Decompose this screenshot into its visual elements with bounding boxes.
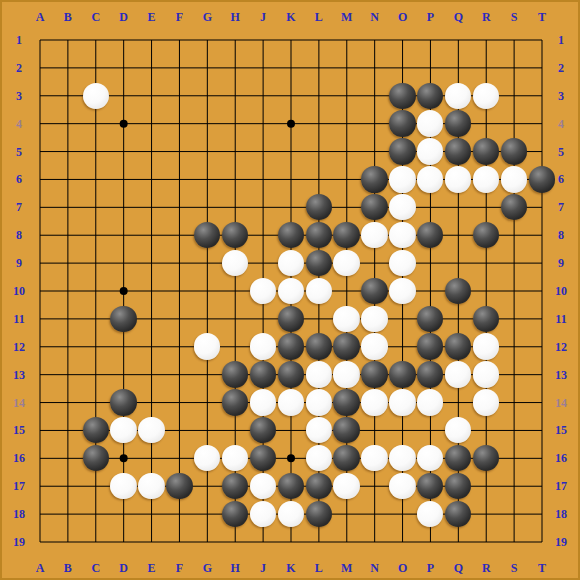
intersection[interactable] [333,138,361,166]
intersection[interactable] [388,361,416,389]
intersection[interactable] [110,193,138,221]
intersection[interactable] [416,249,444,277]
intersection[interactable] [193,165,221,193]
intersection[interactable] [361,54,389,82]
intersection[interactable] [110,333,138,361]
intersection[interactable] [472,388,500,416]
intersection[interactable] [277,444,305,472]
intersection[interactable] [277,26,305,54]
intersection[interactable] [138,305,166,333]
intersection[interactable] [277,277,305,305]
intersection[interactable] [305,305,333,333]
intersection[interactable] [138,165,166,193]
intersection[interactable] [221,500,249,528]
intersection[interactable] [305,138,333,166]
intersection[interactable] [277,138,305,166]
intersection[interactable] [138,193,166,221]
intersection[interactable] [193,221,221,249]
intersection[interactable] [472,500,500,528]
intersection[interactable] [416,82,444,110]
intersection[interactable] [333,472,361,500]
intersection[interactable] [305,277,333,305]
intersection[interactable] [277,500,305,528]
intersection[interactable] [82,26,110,54]
intersection[interactable] [444,26,472,54]
intersection[interactable] [54,82,82,110]
intersection[interactable] [416,333,444,361]
intersection[interactable] [54,110,82,138]
intersection[interactable] [528,388,556,416]
intersection[interactable] [165,110,193,138]
intersection[interactable] [165,333,193,361]
intersection[interactable] [528,333,556,361]
intersection[interactable] [500,388,528,416]
intersection[interactable] [249,138,277,166]
intersection[interactable] [165,416,193,444]
intersection[interactable] [26,82,54,110]
intersection[interactable] [165,528,193,556]
intersection[interactable] [388,54,416,82]
intersection[interactable] [528,416,556,444]
intersection[interactable] [305,416,333,444]
intersection[interactable] [277,305,305,333]
intersection[interactable] [277,193,305,221]
intersection[interactable] [165,472,193,500]
intersection[interactable] [138,82,166,110]
intersection[interactable] [138,26,166,54]
intersection[interactable] [249,26,277,54]
intersection[interactable] [472,249,500,277]
intersection[interactable] [193,110,221,138]
intersection[interactable] [388,528,416,556]
intersection[interactable] [333,110,361,138]
intersection[interactable] [333,277,361,305]
intersection[interactable] [472,472,500,500]
intersection[interactable] [528,138,556,166]
intersection[interactable] [472,221,500,249]
intersection[interactable] [305,82,333,110]
intersection[interactable] [110,26,138,54]
intersection[interactable] [361,165,389,193]
intersection[interactable] [249,82,277,110]
intersection[interactable] [110,500,138,528]
intersection[interactable] [277,110,305,138]
intersection[interactable] [361,388,389,416]
intersection[interactable] [305,528,333,556]
intersection[interactable] [82,305,110,333]
intersection[interactable] [54,193,82,221]
intersection[interactable] [472,305,500,333]
intersection[interactable] [444,138,472,166]
intersection[interactable] [444,333,472,361]
intersection[interactable] [165,221,193,249]
intersection[interactable] [361,333,389,361]
intersection[interactable] [388,221,416,249]
intersection[interactable] [528,193,556,221]
intersection[interactable] [361,472,389,500]
intersection[interactable] [110,361,138,389]
intersection[interactable] [444,528,472,556]
intersection[interactable] [388,444,416,472]
intersection[interactable] [110,444,138,472]
intersection[interactable] [110,472,138,500]
go-board[interactable] [26,26,556,556]
intersection[interactable] [54,165,82,193]
intersection[interactable] [54,444,82,472]
intersection[interactable] [138,361,166,389]
intersection[interactable] [500,416,528,444]
intersection[interactable] [277,333,305,361]
intersection[interactable] [193,277,221,305]
intersection[interactable] [528,26,556,54]
intersection[interactable] [138,249,166,277]
intersection[interactable] [444,277,472,305]
intersection[interactable] [221,388,249,416]
intersection[interactable] [165,305,193,333]
intersection[interactable] [333,444,361,472]
intersection[interactable] [444,305,472,333]
intersection[interactable] [26,472,54,500]
intersection[interactable] [193,528,221,556]
intersection[interactable] [193,472,221,500]
intersection[interactable] [528,277,556,305]
intersection[interactable] [333,500,361,528]
intersection[interactable] [528,110,556,138]
intersection[interactable] [138,54,166,82]
intersection[interactable] [500,305,528,333]
intersection[interactable] [500,528,528,556]
intersection[interactable] [221,444,249,472]
intersection[interactable] [500,249,528,277]
intersection[interactable] [249,54,277,82]
intersection[interactable] [528,444,556,472]
intersection[interactable] [277,221,305,249]
intersection[interactable] [165,500,193,528]
intersection[interactable] [472,444,500,472]
intersection[interactable] [361,249,389,277]
intersection[interactable] [305,500,333,528]
intersection[interactable] [333,82,361,110]
intersection[interactable] [444,54,472,82]
intersection[interactable] [54,54,82,82]
intersection[interactable] [388,138,416,166]
intersection[interactable] [54,472,82,500]
intersection[interactable] [110,138,138,166]
intersection[interactable] [444,500,472,528]
intersection[interactable] [54,249,82,277]
intersection[interactable] [388,82,416,110]
intersection[interactable] [26,500,54,528]
intersection[interactable] [416,472,444,500]
intersection[interactable] [221,110,249,138]
intersection[interactable] [165,54,193,82]
intersection[interactable] [416,54,444,82]
intersection[interactable] [305,472,333,500]
intersection[interactable] [165,82,193,110]
intersection[interactable] [528,221,556,249]
intersection[interactable] [221,26,249,54]
intersection[interactable] [416,416,444,444]
intersection[interactable] [221,361,249,389]
intersection[interactable] [165,444,193,472]
intersection[interactable] [528,54,556,82]
intersection[interactable] [444,165,472,193]
intersection[interactable] [416,528,444,556]
intersection[interactable] [249,361,277,389]
intersection[interactable] [361,444,389,472]
intersection[interactable] [54,528,82,556]
intersection[interactable] [165,193,193,221]
intersection[interactable] [193,444,221,472]
intersection[interactable] [138,138,166,166]
intersection[interactable] [388,500,416,528]
intersection[interactable] [305,361,333,389]
intersection[interactable] [221,472,249,500]
intersection[interactable] [416,110,444,138]
intersection[interactable] [305,221,333,249]
intersection[interactable] [26,165,54,193]
intersection[interactable] [361,361,389,389]
intersection[interactable] [249,305,277,333]
intersection[interactable] [361,26,389,54]
intersection[interactable] [416,165,444,193]
intersection[interactable] [221,277,249,305]
intersection[interactable] [388,165,416,193]
intersection[interactable] [26,333,54,361]
intersection[interactable] [26,416,54,444]
intersection[interactable] [500,361,528,389]
intersection[interactable] [82,221,110,249]
intersection[interactable] [388,110,416,138]
intersection[interactable] [388,388,416,416]
intersection[interactable] [26,110,54,138]
intersection[interactable] [26,193,54,221]
intersection[interactable] [472,333,500,361]
intersection[interactable] [26,54,54,82]
intersection[interactable] [110,54,138,82]
intersection[interactable] [249,193,277,221]
intersection[interactable] [333,416,361,444]
intersection[interactable] [277,388,305,416]
intersection[interactable] [110,249,138,277]
intersection[interactable] [472,110,500,138]
intersection[interactable] [249,500,277,528]
intersection[interactable] [416,193,444,221]
intersection[interactable] [249,165,277,193]
intersection[interactable] [138,528,166,556]
intersection[interactable] [500,138,528,166]
intersection[interactable] [54,221,82,249]
intersection[interactable] [110,388,138,416]
intersection[interactable] [193,249,221,277]
intersection[interactable] [165,277,193,305]
intersection[interactable] [388,193,416,221]
intersection[interactable] [305,193,333,221]
intersection[interactable] [26,444,54,472]
intersection[interactable] [110,305,138,333]
intersection[interactable] [221,333,249,361]
intersection[interactable] [361,138,389,166]
intersection[interactable] [305,388,333,416]
intersection[interactable] [193,361,221,389]
intersection[interactable] [138,500,166,528]
intersection[interactable] [500,221,528,249]
intersection[interactable] [249,221,277,249]
intersection[interactable] [305,110,333,138]
intersection[interactable] [26,305,54,333]
intersection[interactable] [165,388,193,416]
intersection[interactable] [277,165,305,193]
intersection[interactable] [193,26,221,54]
intersection[interactable] [361,221,389,249]
intersection[interactable] [82,528,110,556]
intersection[interactable] [26,138,54,166]
intersection[interactable] [249,472,277,500]
intersection[interactable] [361,416,389,444]
intersection[interactable] [500,444,528,472]
intersection[interactable] [361,110,389,138]
intersection[interactable] [221,249,249,277]
intersection[interactable] [110,82,138,110]
intersection[interactable] [249,388,277,416]
intersection[interactable] [416,305,444,333]
intersection[interactable] [388,333,416,361]
intersection[interactable] [333,388,361,416]
intersection[interactable] [193,138,221,166]
intersection[interactable] [444,444,472,472]
intersection[interactable] [528,165,556,193]
intersection[interactable] [472,416,500,444]
intersection[interactable] [361,277,389,305]
intersection[interactable] [388,472,416,500]
intersection[interactable] [221,82,249,110]
intersection[interactable] [528,249,556,277]
intersection[interactable] [361,193,389,221]
intersection[interactable] [528,528,556,556]
intersection[interactable] [110,416,138,444]
intersection[interactable] [26,221,54,249]
intersection[interactable] [472,528,500,556]
intersection[interactable] [138,110,166,138]
intersection[interactable] [333,528,361,556]
intersection[interactable] [444,110,472,138]
intersection[interactable] [500,82,528,110]
intersection[interactable] [82,277,110,305]
intersection[interactable] [305,165,333,193]
intersection[interactable] [249,416,277,444]
intersection[interactable] [221,138,249,166]
intersection[interactable] [221,54,249,82]
intersection[interactable] [277,249,305,277]
intersection[interactable] [110,528,138,556]
intersection[interactable] [277,54,305,82]
intersection[interactable] [249,528,277,556]
intersection[interactable] [528,305,556,333]
intersection[interactable] [305,249,333,277]
intersection[interactable] [82,333,110,361]
intersection[interactable] [110,221,138,249]
intersection[interactable] [500,165,528,193]
intersection[interactable] [500,26,528,54]
intersection[interactable] [388,416,416,444]
intersection[interactable] [249,444,277,472]
intersection[interactable] [444,472,472,500]
intersection[interactable] [500,110,528,138]
intersection[interactable] [444,221,472,249]
intersection[interactable] [305,54,333,82]
intersection[interactable] [416,388,444,416]
intersection[interactable] [472,82,500,110]
intersection[interactable] [82,500,110,528]
intersection[interactable] [528,82,556,110]
intersection[interactable] [444,416,472,444]
intersection[interactable] [221,221,249,249]
intersection[interactable] [333,193,361,221]
intersection[interactable] [82,416,110,444]
intersection[interactable] [82,193,110,221]
intersection[interactable] [110,165,138,193]
intersection[interactable] [249,110,277,138]
intersection[interactable] [472,138,500,166]
intersection[interactable] [500,193,528,221]
intersection[interactable] [26,249,54,277]
intersection[interactable] [472,361,500,389]
intersection[interactable] [221,305,249,333]
intersection[interactable] [277,82,305,110]
intersection[interactable] [193,388,221,416]
intersection[interactable] [82,82,110,110]
intersection[interactable] [277,528,305,556]
intersection[interactable] [305,333,333,361]
intersection[interactable] [82,361,110,389]
intersection[interactable] [444,82,472,110]
intersection[interactable] [54,500,82,528]
intersection[interactable] [333,333,361,361]
intersection[interactable] [249,277,277,305]
intersection[interactable] [361,528,389,556]
intersection[interactable] [416,26,444,54]
intersection[interactable] [82,249,110,277]
intersection[interactable] [333,54,361,82]
intersection[interactable] [138,444,166,472]
intersection[interactable] [138,221,166,249]
intersection[interactable] [416,500,444,528]
intersection[interactable] [472,193,500,221]
intersection[interactable] [472,26,500,54]
intersection[interactable] [472,277,500,305]
intersection[interactable] [416,361,444,389]
intersection[interactable] [277,472,305,500]
intersection[interactable] [110,277,138,305]
intersection[interactable] [333,221,361,249]
intersection[interactable] [444,193,472,221]
intersection[interactable] [416,138,444,166]
intersection[interactable] [528,361,556,389]
intersection[interactable] [193,416,221,444]
intersection[interactable] [82,444,110,472]
intersection[interactable] [388,305,416,333]
intersection[interactable] [138,333,166,361]
intersection[interactable] [54,416,82,444]
intersection[interactable] [110,110,138,138]
intersection[interactable] [138,388,166,416]
intersection[interactable] [277,361,305,389]
intersection[interactable] [26,361,54,389]
intersection[interactable] [500,54,528,82]
intersection[interactable] [333,361,361,389]
intersection[interactable] [528,472,556,500]
intersection[interactable] [26,26,54,54]
